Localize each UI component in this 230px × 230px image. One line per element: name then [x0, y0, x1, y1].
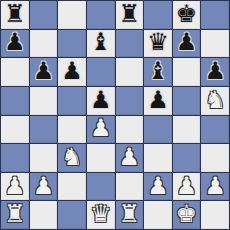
square-e5[interactable]	[116, 87, 144, 115]
piece-black-king[interactable]: ♚	[176, 2, 198, 26]
square-f1[interactable]	[144, 201, 172, 229]
square-g2[interactable]: ♟	[173, 173, 201, 201]
square-c6[interactable]: ♟	[58, 58, 86, 86]
square-a1[interactable]: ♜	[1, 201, 29, 229]
piece-white-pawn[interactable]: ♟	[204, 174, 226, 198]
piece-white-pawn[interactable]: ♟	[176, 174, 198, 198]
piece-black-pawn[interactable]: ♟	[61, 59, 83, 83]
square-h1[interactable]	[201, 201, 229, 229]
square-d5[interactable]: ♟	[87, 87, 115, 115]
square-c5[interactable]	[58, 87, 86, 115]
piece-white-rook[interactable]: ♜	[4, 202, 26, 226]
square-g3[interactable]	[173, 144, 201, 172]
piece-black-pawn[interactable]: ♟	[147, 88, 169, 112]
square-d7[interactable]: ♝	[87, 30, 115, 58]
square-h2[interactable]: ♟	[201, 173, 229, 201]
square-a2[interactable]: ♟	[1, 173, 29, 201]
square-f8[interactable]	[144, 1, 172, 29]
square-f5[interactable]: ♟	[144, 87, 172, 115]
piece-black-pawn[interactable]: ♟	[33, 59, 55, 83]
piece-black-queen[interactable]: ♛	[147, 30, 169, 54]
square-g6[interactable]	[173, 58, 201, 86]
square-b3[interactable]	[30, 144, 58, 172]
square-b5[interactable]	[30, 87, 58, 115]
square-a7[interactable]: ♟	[1, 30, 29, 58]
square-c7[interactable]	[58, 30, 86, 58]
piece-white-king[interactable]: ♚	[176, 202, 198, 226]
square-c4[interactable]	[58, 116, 86, 144]
square-a5[interactable]	[1, 87, 29, 115]
square-b8[interactable]	[30, 1, 58, 29]
square-d1[interactable]: ♛	[87, 201, 115, 229]
piece-black-pawn[interactable]: ♟	[176, 30, 198, 54]
piece-white-pawn[interactable]: ♟	[119, 145, 141, 169]
square-a3[interactable]	[1, 144, 29, 172]
square-g7[interactable]: ♟	[173, 30, 201, 58]
piece-white-pawn[interactable]: ♟	[33, 174, 55, 198]
square-c8[interactable]	[58, 1, 86, 29]
square-f3[interactable]	[144, 144, 172, 172]
piece-white-pawn[interactable]: ♟	[4, 174, 26, 198]
piece-white-queen[interactable]: ♛	[90, 202, 112, 226]
square-h6[interactable]: ♟	[201, 58, 229, 86]
square-e1[interactable]: ♜	[116, 201, 144, 229]
square-e4[interactable]	[116, 116, 144, 144]
square-c2[interactable]	[58, 173, 86, 201]
square-g4[interactable]	[173, 116, 201, 144]
square-b4[interactable]	[30, 116, 58, 144]
square-e2[interactable]	[116, 173, 144, 201]
square-d2[interactable]	[87, 173, 115, 201]
piece-black-rook[interactable]: ♜	[119, 2, 141, 26]
square-b1[interactable]	[30, 201, 58, 229]
square-h7[interactable]	[201, 30, 229, 58]
square-d8[interactable]	[87, 1, 115, 29]
square-h3[interactable]	[201, 144, 229, 172]
piece-black-rook[interactable]: ♜	[4, 2, 26, 26]
square-h4[interactable]	[201, 116, 229, 144]
square-g1[interactable]: ♚	[173, 201, 201, 229]
square-c3[interactable]: ♞	[58, 144, 86, 172]
piece-black-pawn[interactable]: ♟	[204, 59, 226, 83]
square-d6[interactable]	[87, 58, 115, 86]
piece-white-pawn[interactable]: ♟	[90, 116, 112, 140]
square-f7[interactable]: ♛	[144, 30, 172, 58]
piece-black-pawn[interactable]: ♟	[4, 30, 26, 54]
square-b6[interactable]: ♟	[30, 58, 58, 86]
square-g5[interactable]	[173, 87, 201, 115]
square-b7[interactable]	[30, 30, 58, 58]
piece-white-knight[interactable]: ♞	[204, 88, 226, 112]
square-e8[interactable]: ♜	[116, 1, 144, 29]
square-a8[interactable]: ♜	[1, 1, 29, 29]
square-h8[interactable]	[201, 1, 229, 29]
square-h5[interactable]: ♞	[201, 87, 229, 115]
piece-black-pawn[interactable]: ♟	[90, 88, 112, 112]
piece-white-knight[interactable]: ♞	[61, 145, 83, 169]
square-d4[interactable]: ♟	[87, 116, 115, 144]
square-f6[interactable]: ♝	[144, 58, 172, 86]
piece-white-rook[interactable]: ♜	[119, 202, 141, 226]
square-f2[interactable]: ♟	[144, 173, 172, 201]
piece-white-pawn[interactable]: ♟	[147, 174, 169, 198]
square-a4[interactable]	[1, 116, 29, 144]
square-b2[interactable]: ♟	[30, 173, 58, 201]
piece-black-bishop[interactable]: ♝	[147, 59, 169, 83]
square-e7[interactable]	[116, 30, 144, 58]
square-e6[interactable]	[116, 58, 144, 86]
square-a6[interactable]	[1, 58, 29, 86]
square-e3[interactable]: ♟	[116, 144, 144, 172]
piece-black-bishop[interactable]: ♝	[90, 30, 112, 54]
square-g8[interactable]: ♚	[173, 1, 201, 29]
square-d3[interactable]	[87, 144, 115, 172]
square-c1[interactable]	[58, 201, 86, 229]
chess-board: ♜♜♚♟♝♛♟♟♟♝♟♟♟♞♟♞♟♟♟♟♟♟♜♛♜♚	[0, 0, 230, 230]
square-f4[interactable]	[144, 116, 172, 144]
